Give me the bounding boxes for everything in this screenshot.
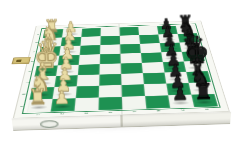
black-rook-glyph: ♜ bbox=[191, 81, 215, 103]
perspective-container: 12345678 abcdefgh ♜♞♝♛♚♝♞♜♟♟♟♟♟♟♟♟♟♟♟♟♟♟… bbox=[0, 0, 240, 154]
latch-hole bbox=[16, 60, 22, 62]
tilt-wrapper: 12345678 abcdefgh ♜♞♝♛♚♝♞♜♟♟♟♟♟♟♟♟♟♟♟♟♟♟… bbox=[0, 0, 240, 154]
file-label-a: a bbox=[36, 34, 40, 35]
brand-logo-icon bbox=[40, 120, 59, 128]
chess-board: 12345678 abcdefgh ♜♞♝♛♚♝♞♜♟♟♟♟♟♟♟♟♟♟♟♟♟♟… bbox=[13, 21, 230, 119]
black-pawn-glyph: ♟ bbox=[168, 85, 192, 104]
white-rook-glyph: ♜ bbox=[26, 86, 50, 108]
white-pawn-glyph: ♟ bbox=[50, 89, 74, 108]
photo-scene: 12345678 abcdefgh ♜♞♝♛♚♝♞♜♟♟♟♟♟♟♟♟♟♟♟♟♟♟… bbox=[0, 0, 240, 154]
